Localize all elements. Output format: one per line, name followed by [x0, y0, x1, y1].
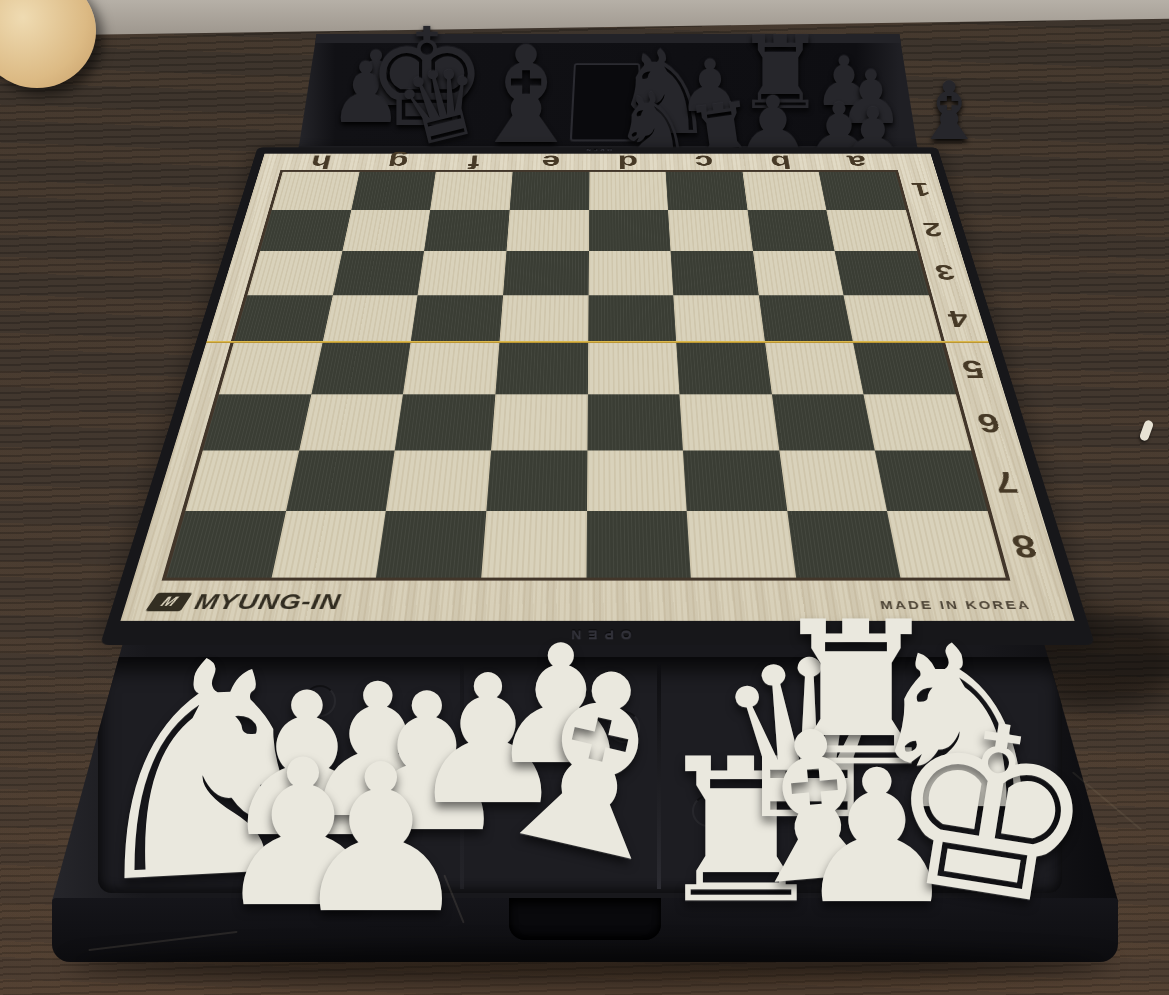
board-hinge-line — [206, 341, 989, 343]
square-f6[interactable] — [395, 394, 495, 450]
square-c8[interactable] — [687, 511, 796, 577]
board-perspective-wrapper: OPEN hgfedcba 12345678 M MYUNG-IN MADE I… — [100, 0, 1095, 645]
square-c1[interactable] — [666, 172, 748, 210]
square-d7[interactable] — [587, 450, 687, 511]
white-king[interactable]: ♚ — [870, 682, 1112, 944]
square-d5[interactable] — [587, 343, 679, 395]
square-c5[interactable] — [676, 343, 771, 395]
square-e4[interactable] — [499, 295, 588, 343]
square-d4[interactable] — [588, 295, 677, 343]
square-e1[interactable] — [510, 172, 590, 210]
photo-canvas: ♟♟♚♛♝♞♞♟♜♜♟♟♟♟♟♝ OPEN hgfedcba 12345678 … — [0, 0, 1169, 995]
square-c7[interactable] — [683, 450, 787, 511]
square-h2[interactable] — [260, 210, 351, 251]
square-f5[interactable] — [403, 343, 499, 395]
square-g8[interactable] — [271, 511, 386, 577]
square-a3[interactable] — [835, 251, 929, 295]
square-h6[interactable] — [203, 394, 311, 450]
square-d2[interactable] — [589, 210, 671, 251]
square-e2[interactable] — [506, 210, 588, 251]
file-label-e: e — [512, 154, 589, 170]
square-g3[interactable] — [333, 251, 425, 295]
square-c6[interactable] — [680, 394, 780, 450]
square-b7[interactable] — [779, 450, 887, 511]
square-g4[interactable] — [322, 295, 418, 343]
file-label-g: g — [358, 154, 438, 170]
small-debris — [1139, 419, 1155, 442]
square-a6[interactable] — [864, 394, 971, 450]
square-f1[interactable] — [430, 172, 512, 210]
square-f8[interactable] — [376, 511, 486, 577]
file-label-b: b — [741, 154, 820, 170]
square-c3[interactable] — [671, 251, 759, 295]
square-b1[interactable] — [742, 172, 826, 210]
file-label-d: d — [589, 154, 666, 170]
square-h4[interactable] — [234, 295, 333, 343]
square-a7[interactable] — [875, 450, 988, 511]
square-b8[interactable] — [787, 511, 901, 577]
square-d3[interactable] — [588, 251, 673, 295]
square-f7[interactable] — [386, 450, 491, 511]
file-labels-row: hgfedcba — [280, 154, 897, 170]
square-a4[interactable] — [844, 295, 942, 343]
square-e7[interactable] — [486, 450, 587, 511]
square-b3[interactable] — [753, 251, 844, 295]
square-e3[interactable] — [503, 251, 589, 295]
square-h5[interactable] — [219, 343, 322, 395]
square-b6[interactable] — [772, 394, 875, 450]
file-label-a: a — [817, 154, 897, 170]
square-e6[interactable] — [491, 394, 587, 450]
square-g2[interactable] — [342, 210, 430, 251]
square-d1[interactable] — [589, 172, 668, 210]
square-h7[interactable] — [185, 450, 298, 511]
square-a2[interactable] — [827, 210, 917, 251]
frame-embossed-text-top: OPEN — [583, 148, 611, 152]
square-f4[interactable] — [411, 295, 503, 343]
square-g7[interactable] — [286, 450, 395, 511]
square-f3[interactable] — [418, 251, 507, 295]
square-h3[interactable] — [247, 251, 342, 295]
file-label-f: f — [435, 154, 513, 170]
square-h1[interactable] — [272, 172, 360, 210]
board-face: hgfedcba 12345678 M MYUNG-IN MADE IN KOR… — [120, 154, 1074, 621]
square-e8[interactable] — [481, 511, 586, 577]
square-a5[interactable] — [853, 343, 956, 395]
square-c2[interactable] — [668, 210, 753, 251]
square-e5[interactable] — [495, 343, 588, 395]
square-d8[interactable] — [586, 511, 691, 577]
square-h8[interactable] — [166, 511, 285, 577]
file-label-c: c — [665, 154, 743, 170]
square-g1[interactable] — [351, 172, 436, 210]
white-pawn[interactable]: ♟ — [290, 738, 473, 942]
file-label-h: h — [280, 154, 361, 170]
square-f2[interactable] — [424, 210, 509, 251]
square-b2[interactable] — [747, 210, 835, 251]
square-b4[interactable] — [759, 295, 854, 343]
drawer-shadow — [70, 948, 1110, 982]
square-c4[interactable] — [673, 295, 765, 343]
square-g6[interactable] — [299, 394, 403, 450]
board-grid — [162, 170, 1011, 581]
square-g5[interactable] — [311, 343, 411, 395]
square-a1[interactable] — [819, 172, 906, 210]
square-a8[interactable] — [887, 511, 1005, 577]
wooden-object-corner — [0, 0, 96, 88]
square-b5[interactable] — [765, 343, 864, 395]
chess-board-frame: OPEN hgfedcba 12345678 M MYUNG-IN MADE I… — [100, 147, 1095, 645]
square-d6[interactable] — [587, 394, 683, 450]
